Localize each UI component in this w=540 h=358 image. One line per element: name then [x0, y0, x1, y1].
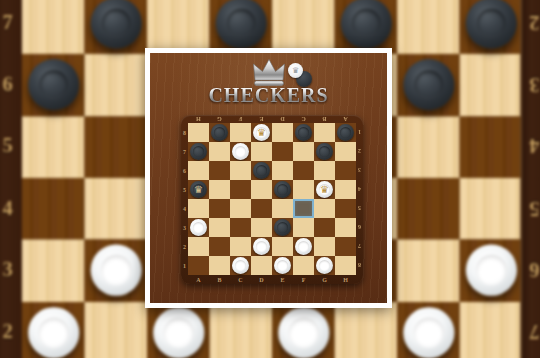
square-h6[interactable]: [335, 161, 356, 180]
rank-label-left: 3: [181, 218, 188, 237]
rank-label-left: 5: [181, 180, 188, 199]
bg-rank-label-left: 3: [0, 258, 22, 282]
bg-white-piece: [90, 245, 141, 296]
square-g1[interactable]: [314, 256, 335, 275]
black-man-piece[interactable]: [274, 181, 291, 198]
king-crown-icon: ♛: [320, 185, 329, 195]
bg-square: [22, 302, 85, 358]
white-man-piece[interactable]: [295, 238, 312, 255]
bg-square: [460, 302, 523, 358]
bg-square: [460, 116, 523, 178]
bg-square: [210, 302, 273, 358]
logo-white-king-icon: ♛: [288, 63, 303, 78]
bg-square: [84, 54, 147, 116]
square-c5[interactable]: [230, 180, 251, 199]
bg-white-piece: [28, 307, 79, 358]
square-d7[interactable]: [251, 142, 272, 161]
square-f1[interactable]: [293, 256, 314, 275]
bg-rank-label-right: 3: [522, 73, 540, 97]
square-h8[interactable]: [335, 123, 356, 142]
square-d8[interactable]: ♛: [251, 123, 272, 142]
square-a7[interactable]: [188, 142, 209, 161]
rank-label-left: 2: [181, 237, 188, 256]
black-man-piece[interactable]: [337, 124, 354, 141]
bg-square: [84, 178, 147, 240]
rank-label-left: 7: [181, 142, 188, 161]
bg-black-piece: [403, 60, 454, 111]
square-f7[interactable]: [293, 142, 314, 161]
file-label-bottom: H: [335, 275, 356, 284]
square-g8[interactable]: [314, 123, 335, 142]
file-label-top: A: [335, 115, 356, 123]
bg-square: [22, 178, 85, 240]
bg-rank-label-left: 7: [0, 11, 22, 35]
square-a6[interactable]: [188, 161, 209, 180]
file-label-top: G: [209, 115, 230, 123]
black-man-piece[interactable]: [253, 162, 270, 179]
square-h4[interactable]: [335, 199, 356, 218]
white-man-piece[interactable]: [232, 257, 249, 274]
black-king-piece[interactable]: ♛: [190, 181, 207, 198]
rank-label-right: 4: [356, 180, 363, 199]
bg-rank-label-left: 5: [0, 134, 22, 158]
king-crown-icon: ♛: [194, 185, 203, 195]
rank-label-left: 4: [181, 199, 188, 218]
square-a2[interactable]: [188, 237, 209, 256]
rank-label-right: 5: [356, 199, 363, 218]
file-label-top: H: [188, 115, 209, 123]
bg-square: [272, 302, 335, 358]
square-c7[interactable]: [230, 142, 251, 161]
square-e3[interactable]: [272, 218, 293, 237]
game-title: CHECKERS: [150, 84, 387, 107]
board-corner: [356, 115, 363, 123]
bg-board-frame-right: 234567: [520, 0, 540, 358]
bg-rank-label-right: 2: [522, 11, 540, 35]
logo-king-crown-glyph: ♛: [292, 67, 299, 75]
black-man-piece[interactable]: [316, 143, 333, 160]
bg-square: [147, 0, 210, 54]
square-e7[interactable]: [272, 142, 293, 161]
square-b1[interactable]: [209, 256, 230, 275]
square-a8[interactable]: [188, 123, 209, 142]
bg-square: [22, 54, 85, 116]
square-a4[interactable]: [188, 199, 209, 218]
black-man-piece[interactable]: [295, 124, 312, 141]
square-g5[interactable]: ♛: [314, 180, 335, 199]
square-f6[interactable]: [293, 161, 314, 180]
rank-label-left: 6: [181, 161, 188, 180]
white-king-piece[interactable]: ♛: [316, 181, 333, 198]
bg-black-piece: [215, 0, 266, 49]
square-h3[interactable]: [335, 218, 356, 237]
square-c2[interactable]: [230, 237, 251, 256]
black-man-piece[interactable]: [211, 124, 228, 141]
white-king-piece[interactable]: ♛: [253, 124, 270, 141]
square-c3[interactable]: [230, 218, 251, 237]
square-e5[interactable]: [272, 180, 293, 199]
bg-square: [84, 0, 147, 54]
bg-white-piece: [153, 307, 204, 358]
bg-square: [22, 0, 85, 54]
square-e2[interactable]: [272, 237, 293, 256]
square-g6[interactable]: [314, 161, 335, 180]
bg-black-piece: [28, 60, 79, 111]
file-label-bottom: G: [314, 275, 335, 284]
square-e6[interactable]: [272, 161, 293, 180]
bg-square: [84, 302, 147, 358]
rank-label-right: 6: [356, 218, 363, 237]
bg-square: [22, 116, 85, 178]
file-label-bottom: D: [251, 275, 272, 284]
bg-square: [397, 302, 460, 358]
square-d5[interactable]: [251, 180, 272, 199]
square-f8[interactable]: [293, 123, 314, 142]
file-label-top: C: [293, 115, 314, 123]
square-b5[interactable]: [209, 180, 230, 199]
square-e1[interactable]: [272, 256, 293, 275]
bg-square: [84, 240, 147, 302]
bg-white-piece: [403, 307, 454, 358]
bg-rank-label-left: 6: [0, 73, 22, 97]
square-b2[interactable]: [209, 237, 230, 256]
bg-black-piece: [465, 0, 516, 49]
square-b8[interactable]: [209, 123, 230, 142]
board-corner: [181, 275, 188, 284]
square-f4[interactable]: [293, 199, 314, 218]
rank-label-right: 1: [356, 123, 363, 142]
bg-square: [335, 302, 398, 358]
bg-rank-label-left: 2: [0, 319, 22, 343]
bg-square: [335, 0, 398, 54]
square-g2[interactable]: [314, 237, 335, 256]
white-man-piece[interactable]: [232, 143, 249, 160]
rank-label-left: 1: [181, 256, 188, 275]
square-e8[interactable]: [272, 123, 293, 142]
square-b4[interactable]: [209, 199, 230, 218]
bg-rank-label-right: 7: [522, 319, 540, 343]
rank-label-right: 8: [356, 256, 363, 275]
square-d1[interactable]: [251, 256, 272, 275]
bg-square: [460, 178, 523, 240]
square-d4[interactable]: [251, 199, 272, 218]
black-man-piece[interactable]: [190, 143, 207, 160]
white-man-piece[interactable]: [316, 257, 333, 274]
square-g7[interactable]: [314, 142, 335, 161]
bg-square: [22, 240, 85, 302]
bg-square: [210, 0, 273, 54]
bg-square: [460, 240, 523, 302]
bg-black-piece: [90, 0, 141, 49]
game-panel: ♛ CHECKERS HGFEDCBA8♛172635♛♛445362718AB…: [145, 48, 392, 308]
square-h7[interactable]: [335, 142, 356, 161]
square-d2[interactable]: [251, 237, 272, 256]
square-h1[interactable]: [335, 256, 356, 275]
file-label-top: D: [272, 115, 293, 123]
file-label-top: B: [314, 115, 335, 123]
file-label-bottom: B: [209, 275, 230, 284]
rank-label-left: 8: [181, 123, 188, 142]
square-a1[interactable]: [188, 256, 209, 275]
square-c8[interactable]: [230, 123, 251, 142]
bg-black-piece: [340, 0, 391, 49]
bg-rank-label-right: 4: [522, 134, 540, 158]
checkers-promo-screen: 765432 234567 ♛: [0, 0, 540, 358]
white-man-piece[interactable]: [274, 257, 291, 274]
square-c6[interactable]: [230, 161, 251, 180]
square-b6[interactable]: [209, 161, 230, 180]
square-h5[interactable]: [335, 180, 356, 199]
square-e4[interactable]: [272, 199, 293, 218]
square-a5[interactable]: ♛: [188, 180, 209, 199]
square-d6[interactable]: [251, 161, 272, 180]
square-c4[interactable]: [230, 199, 251, 218]
square-f3[interactable]: [293, 218, 314, 237]
bg-square: [460, 54, 523, 116]
bg-square: [397, 178, 460, 240]
bg-rank-label-right: 5: [522, 196, 540, 220]
square-b3[interactable]: [209, 218, 230, 237]
bg-square: [397, 54, 460, 116]
bg-rank-label-right: 6: [522, 258, 540, 282]
board-corner: [181, 115, 188, 123]
bg-rank-label-left: 4: [0, 196, 22, 220]
king-crown-icon: ♛: [257, 128, 266, 138]
square-g4[interactable]: [314, 199, 335, 218]
square-g3[interactable]: [314, 218, 335, 237]
bg-white-piece: [465, 245, 516, 296]
board-corner: [356, 275, 363, 284]
white-man-piece[interactable]: [253, 238, 270, 255]
square-f5[interactable]: [293, 180, 314, 199]
bg-board-frame-left: 765432: [0, 0, 24, 358]
bg-square: [147, 302, 210, 358]
file-label-bottom: E: [272, 275, 293, 284]
rank-label-right: 3: [356, 161, 363, 180]
square-h2[interactable]: [335, 237, 356, 256]
file-label-bottom: F: [293, 275, 314, 284]
bg-square: [460, 0, 523, 54]
file-label-top: F: [230, 115, 251, 123]
bg-square: [397, 116, 460, 178]
white-man-piece[interactable]: [190, 219, 207, 236]
square-d3[interactable]: [251, 218, 272, 237]
black-man-piece[interactable]: [274, 219, 291, 236]
rank-label-right: 2: [356, 142, 363, 161]
square-a3[interactable]: [188, 218, 209, 237]
square-c1[interactable]: [230, 256, 251, 275]
file-label-bottom: A: [188, 275, 209, 284]
bg-square: [272, 0, 335, 54]
rank-label-right: 7: [356, 237, 363, 256]
bg-square: [397, 0, 460, 54]
bg-square: [397, 240, 460, 302]
bg-white-piece: [278, 307, 329, 358]
file-label-top: E: [251, 115, 272, 123]
file-label-bottom: C: [230, 275, 251, 284]
square-f2[interactable]: [293, 237, 314, 256]
crown-logo-icon: [249, 57, 289, 87]
square-b7[interactable]: [209, 142, 230, 161]
bg-square: [84, 116, 147, 178]
checkers-board: HGFEDCBA8♛172635♛♛445362718ABCDEFGH: [181, 115, 363, 284]
